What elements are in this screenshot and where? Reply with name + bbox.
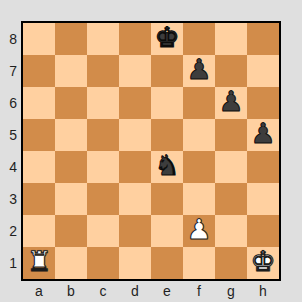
square-h3[interactable] <box>247 183 279 215</box>
square-e3[interactable] <box>151 183 183 215</box>
square-g7[interactable] <box>215 55 247 87</box>
square-e1[interactable] <box>151 247 183 279</box>
square-g1[interactable] <box>215 247 247 279</box>
square-d8[interactable] <box>119 23 151 55</box>
square-a7[interactable] <box>23 55 55 87</box>
square-f2[interactable]: ♟ <box>183 215 215 247</box>
square-b3[interactable] <box>55 183 87 215</box>
square-f5[interactable] <box>183 119 215 151</box>
square-f7[interactable]: ♟ <box>183 55 215 87</box>
square-e2[interactable] <box>151 215 183 247</box>
square-e7[interactable] <box>151 55 183 87</box>
square-f6[interactable] <box>183 87 215 119</box>
square-h4[interactable] <box>247 151 279 183</box>
black-pawn-h5[interactable]: ♟ <box>250 118 275 150</box>
rank-label-6: 6 <box>0 87 17 119</box>
file-label-g: g <box>215 282 247 300</box>
square-h2[interactable] <box>247 215 279 247</box>
square-h7[interactable] <box>247 55 279 87</box>
file-labels: abcdefgh <box>23 282 279 300</box>
file-label-h: h <box>247 282 279 300</box>
white-pawn-f2[interactable]: ♟ <box>186 214 211 246</box>
square-c7[interactable] <box>87 55 119 87</box>
square-c5[interactable] <box>87 119 119 151</box>
square-g8[interactable] <box>215 23 247 55</box>
file-label-a: a <box>23 282 55 300</box>
square-e5[interactable] <box>151 119 183 151</box>
rank-labels: 87654321 <box>0 23 17 279</box>
file-label-f: f <box>183 282 215 300</box>
square-b1[interactable] <box>55 247 87 279</box>
square-b6[interactable] <box>55 87 87 119</box>
square-e6[interactable] <box>151 87 183 119</box>
rank-label-5: 5 <box>0 119 17 151</box>
file-label-c: c <box>87 282 119 300</box>
square-e4[interactable]: ♞ <box>151 151 183 183</box>
square-h6[interactable] <box>247 87 279 119</box>
square-a8[interactable] <box>23 23 55 55</box>
square-d2[interactable] <box>119 215 151 247</box>
square-c3[interactable] <box>87 183 119 215</box>
square-b5[interactable] <box>55 119 87 151</box>
square-h1[interactable]: ♚ <box>247 247 279 279</box>
square-g4[interactable] <box>215 151 247 183</box>
square-a1[interactable]: ♜ <box>23 247 55 279</box>
square-e8[interactable]: ♚ <box>151 23 183 55</box>
white-king-h1[interactable]: ♚ <box>250 246 275 278</box>
rank-label-4: 4 <box>0 151 17 183</box>
square-b4[interactable] <box>55 151 87 183</box>
square-g5[interactable] <box>215 119 247 151</box>
rank-label-1: 1 <box>0 247 17 279</box>
square-g6[interactable]: ♟ <box>215 87 247 119</box>
square-f8[interactable] <box>183 23 215 55</box>
file-label-d: d <box>119 282 151 300</box>
square-d5[interactable] <box>119 119 151 151</box>
black-pawn-g6[interactable]: ♟ <box>218 86 243 118</box>
black-knight-e4[interactable]: ♞ <box>154 150 179 182</box>
square-f3[interactable] <box>183 183 215 215</box>
board-grid: ♚♟♟♟♞♟♜♚ <box>21 21 281 281</box>
square-f1[interactable] <box>183 247 215 279</box>
black-king-e8[interactable]: ♚ <box>154 22 179 54</box>
white-rook-a1[interactable]: ♜ <box>26 246 51 278</box>
square-c1[interactable] <box>87 247 119 279</box>
file-label-b: b <box>55 282 87 300</box>
square-c6[interactable] <box>87 87 119 119</box>
square-d4[interactable] <box>119 151 151 183</box>
black-pawn-f7[interactable]: ♟ <box>186 54 211 86</box>
square-b7[interactable] <box>55 55 87 87</box>
rank-label-3: 3 <box>0 183 17 215</box>
square-b2[interactable] <box>55 215 87 247</box>
square-g3[interactable] <box>215 183 247 215</box>
square-d3[interactable] <box>119 183 151 215</box>
square-d7[interactable] <box>119 55 151 87</box>
square-a6[interactable] <box>23 87 55 119</box>
rank-label-2: 2 <box>0 215 17 247</box>
square-a2[interactable] <box>23 215 55 247</box>
square-c8[interactable] <box>87 23 119 55</box>
square-a4[interactable] <box>23 151 55 183</box>
rank-label-8: 8 <box>0 23 17 55</box>
square-d6[interactable] <box>119 87 151 119</box>
square-g2[interactable] <box>215 215 247 247</box>
square-h8[interactable] <box>247 23 279 55</box>
square-d1[interactable] <box>119 247 151 279</box>
square-a3[interactable] <box>23 183 55 215</box>
square-c2[interactable] <box>87 215 119 247</box>
square-f4[interactable] <box>183 151 215 183</box>
square-b8[interactable] <box>55 23 87 55</box>
rank-label-7: 7 <box>0 55 17 87</box>
square-a5[interactable] <box>23 119 55 151</box>
square-h5[interactable]: ♟ <box>247 119 279 151</box>
chessboard-screen: 87654321 ♚♟♟♟♞♟♜♚ abcdefgh <box>0 0 302 302</box>
file-label-e: e <box>151 282 183 300</box>
square-c4[interactable] <box>87 151 119 183</box>
